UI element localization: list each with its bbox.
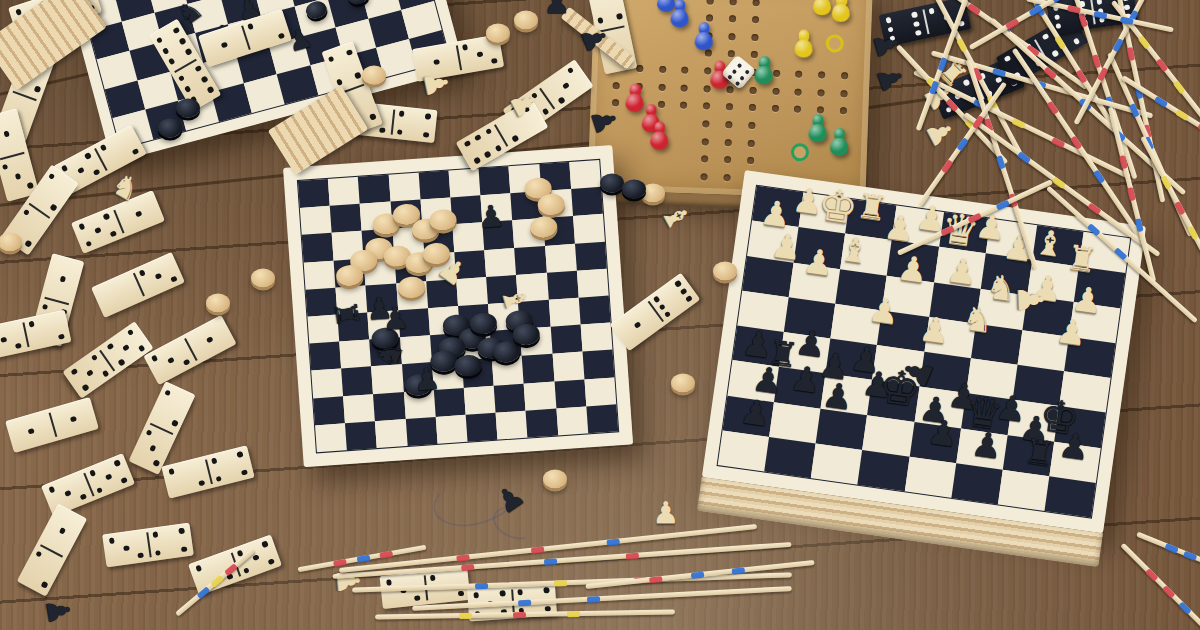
stick-stripe [1188, 226, 1199, 240]
stick-stripe [1114, 247, 1128, 260]
stick-stripe [1162, 585, 1175, 598]
stick-stripe [1164, 543, 1178, 553]
stick-stripe [1094, 170, 1106, 184]
stick-stripe [224, 563, 238, 576]
stick-stripe [379, 550, 393, 558]
stick-stripe [518, 599, 531, 606]
mikado-stick [412, 586, 792, 611]
stick-stripe [1079, 13, 1089, 27]
stick-stripe [1047, 101, 1059, 115]
stick-stripe [1154, 96, 1168, 108]
stick-stripe [356, 554, 370, 562]
stick-stripe [941, 159, 953, 173]
stick-stripe [475, 582, 488, 588]
stick-stripe [333, 558, 347, 566]
stick-stripe [1127, 187, 1136, 201]
stick-stripe [1087, 223, 1101, 236]
stick-stripe [945, 98, 958, 112]
stick-stripe [587, 596, 600, 603]
mikado-stick [375, 609, 675, 619]
stick-stripe [1051, 137, 1065, 148]
stick-stripe [196, 586, 210, 599]
stick-stripe [940, 225, 954, 236]
stick-stripe [967, 3, 981, 15]
stick-stripe [995, 199, 1009, 210]
stick-stripe [937, 57, 947, 71]
stick-stripe [1138, 35, 1151, 49]
mikado-stick [175, 548, 255, 616]
stick-stripe [1127, 47, 1136, 61]
stick-stripe [543, 558, 556, 565]
tabletop-scene: ♟♞♟♟♟♟♟ ♟♟♟♜♞♟♝♟ ♟♟♚♜♟♟♛♟♟♝♜♟♟♝♟♟♞♟♟♟♟♞♟… [0, 0, 1200, 630]
stick-stripe [1174, 200, 1185, 214]
stick-stripe [459, 612, 472, 618]
stick-stripe [210, 574, 224, 587]
mikado-sticks-layer [0, 0, 1200, 630]
stick-stripe [1146, 568, 1159, 581]
stick-stripe [968, 212, 982, 223]
stick-stripe [957, 38, 968, 52]
stick-stripe [1176, 109, 1190, 121]
stick-stripe [606, 538, 620, 545]
stick-stripe [1018, 151, 1032, 163]
stick-stripe [461, 564, 474, 571]
stick-stripe [1183, 550, 1197, 560]
stick-stripe [554, 580, 567, 586]
stick-stripe [1005, 18, 1019, 30]
stick-stripe [1156, 58, 1169, 72]
stick-stripe [513, 611, 526, 617]
stick-stripe [1052, 176, 1066, 188]
stick-stripe [1179, 601, 1192, 614]
stick-stripe [1173, 80, 1186, 94]
stick-stripe [626, 552, 639, 559]
stick-stripe [567, 611, 580, 617]
stick-stripe [456, 554, 470, 561]
stick-stripe [1092, 54, 1102, 68]
stick-stripe [956, 137, 968, 151]
stick-stripe [1087, 202, 1101, 214]
stick-stripe [1112, 38, 1123, 52]
stick-stripe [993, 68, 1007, 77]
stick-stripe [1055, 35, 1067, 49]
stick-stripe [1094, 10, 1108, 19]
stick-stripe [531, 546, 545, 553]
stick-stripe [1012, 118, 1026, 129]
